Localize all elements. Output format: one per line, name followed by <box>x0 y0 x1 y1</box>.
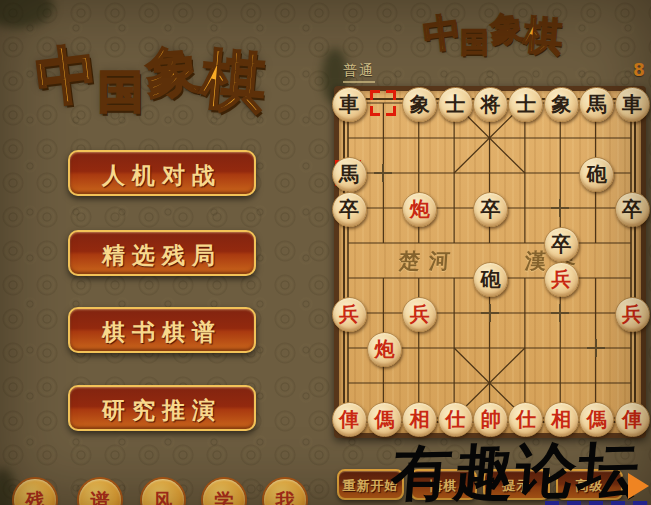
xiangqi-piece-black[interactable]: 卒 <box>473 192 508 227</box>
undo-button[interactable]: 悔棋 <box>410 469 477 500</box>
app-title-char: 棋 <box>198 35 269 127</box>
xiangqi-piece-black[interactable]: 馬 <box>332 157 367 192</box>
xiangqi-piece-black[interactable]: 砲 <box>579 157 614 192</box>
game-title-char: 象 <box>488 6 525 54</box>
game-title-char: 中 <box>420 6 464 61</box>
app-title-char: 象 <box>144 35 203 111</box>
watermark-arrow-icon <box>628 473 649 499</box>
bottom-clipped-text <box>545 501 648 505</box>
xiangqi-piece-red[interactable]: 相 <box>544 402 579 437</box>
difficulty-label[interactable]: 普通 <box>343 62 375 83</box>
game-title-char: 棋 <box>521 7 565 64</box>
xiangqi-piece-black[interactable]: 象 <box>544 87 579 122</box>
xiangqi-piece-black[interactable]: 砲 <box>473 262 508 297</box>
xiangqi-piece-red[interactable]: 相 <box>402 402 437 437</box>
level-button[interactable]: 高级 <box>556 469 623 500</box>
background-shadow <box>0 0 54 28</box>
xiangqi-piece-black[interactable]: 馬 <box>579 87 614 122</box>
app-title-char: 中 <box>31 31 103 122</box>
game-title-char: 国 <box>461 24 489 62</box>
xiangqi-piece-black[interactable]: 車 <box>332 87 367 122</box>
nav-coin-wind[interactable]: 风 <box>142 479 184 505</box>
nav-coin-manual[interactable]: 谱 <box>79 479 121 505</box>
app-title-char: 国 <box>98 62 143 122</box>
xiangqi-piece-red[interactable]: 仕 <box>508 402 543 437</box>
app-title: 中国象棋 <box>36 30 266 117</box>
xiangqi-piece-red[interactable]: 傌 <box>367 402 402 437</box>
xiangqi-piece-red[interactable]: 仕 <box>438 402 473 437</box>
xiangqi-piece-black[interactable]: 卒 <box>615 192 650 227</box>
xiangqi-piece-red[interactable]: 炮 <box>367 332 402 367</box>
xiangqi-piece-red[interactable]: 兵 <box>544 262 579 297</box>
xiangqi-piece-black[interactable]: 卒 <box>544 227 579 262</box>
restart-button[interactable]: 重新开始 <box>337 469 404 500</box>
xiangqi-piece-black[interactable]: 士 <box>508 87 543 122</box>
xiangqi-piece-red[interactable]: 俥 <box>332 402 367 437</box>
counter-badge: 8 <box>633 60 645 80</box>
game-title: 中国象棋 <box>334 4 651 58</box>
xiangqi-piece-black[interactable]: 士 <box>438 87 473 122</box>
xiangqi-piece-red[interactable]: 兵 <box>332 297 367 332</box>
hint-button[interactable]: 提示 <box>483 469 550 500</box>
xiangqi-piece-red[interactable]: 傌 <box>579 402 614 437</box>
xiangqi-piece-red[interactable]: 兵 <box>615 297 650 332</box>
nav-coin-endgame[interactable]: 残 <box>14 479 56 505</box>
menu-button-research[interactable]: 研究推演 <box>68 385 256 431</box>
app-window: 中国象棋 人机对战 精选残局 棋书棋谱 研究推演 残 谱 风 学 我 中国象棋 … <box>0 0 651 505</box>
nav-coin-me[interactable]: 我 <box>264 479 306 505</box>
xiangqi-piece-red[interactable]: 炮 <box>402 192 437 227</box>
xiangqi-piece-red[interactable]: 帥 <box>473 402 508 437</box>
xiangqi-piece-black[interactable]: 卒 <box>332 192 367 227</box>
menu-button-pvc[interactable]: 人机对战 <box>68 150 256 196</box>
xiangqi-piece-black[interactable]: 象 <box>402 87 437 122</box>
xiangqi-piece-red[interactable]: 俥 <box>615 402 650 437</box>
xiangqi-piece-black[interactable]: 将 <box>473 87 508 122</box>
xiangqi-piece-red[interactable]: 兵 <box>402 297 437 332</box>
menu-button-books[interactable]: 棋书棋谱 <box>68 307 256 353</box>
xiangqi-board[interactable]: 楚河 漢界 車象士将士象馬車馬砲卒炮卒卒卒砲兵兵兵兵炮俥傌相仕帥仕相傌俥 <box>334 86 646 438</box>
menu-button-endgames[interactable]: 精选残局 <box>68 230 256 276</box>
xiangqi-piece-black[interactable]: 車 <box>615 87 650 122</box>
nav-coin-learn[interactable]: 学 <box>203 479 245 505</box>
